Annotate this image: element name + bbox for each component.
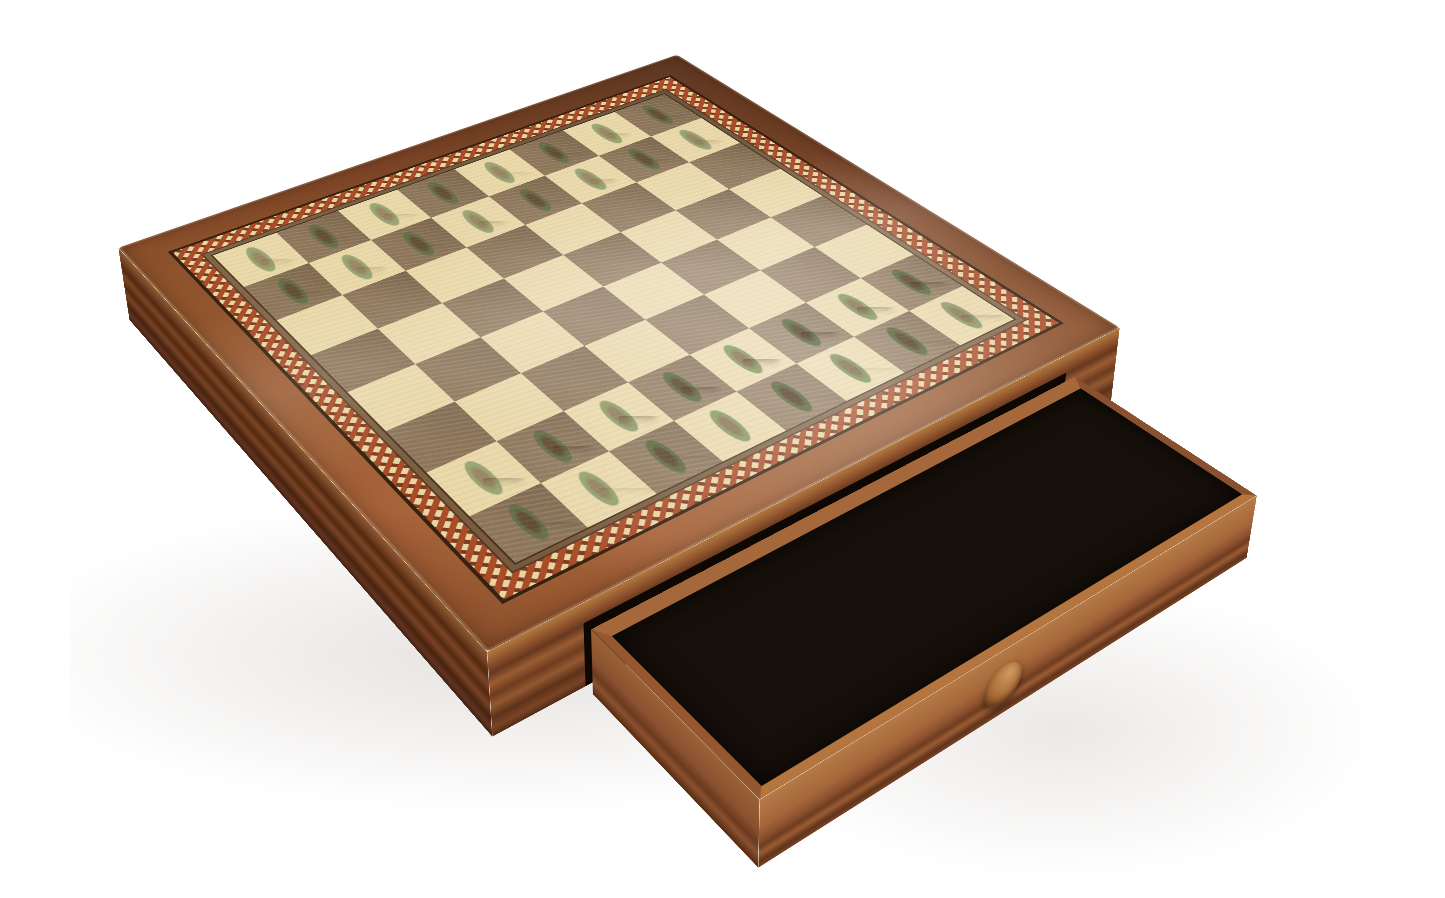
scene: ♜♞♝♛♚♝♞♜♟♟♟♟♟♟♟♟♟♟♟♟♟♟♟♟♜♞♝♛♚♝♞♜ xyxy=(0,0,1445,898)
product-photo: ♜♞♝♛♚♝♞♜♟♟♟♟♟♟♟♟♟♟♟♟♟♟♟♟♜♞♝♛♚♝♞♜ xyxy=(0,0,1445,898)
